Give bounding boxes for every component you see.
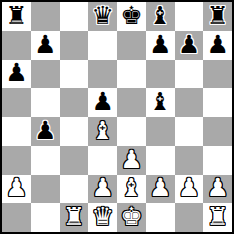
square-b8[interactable]	[31, 2, 60, 31]
square-e8[interactable]: ♚	[117, 2, 146, 31]
piece-white-pawn-d2[interactable]: ♟	[91, 175, 113, 200]
piece-black-pawn-f7[interactable]: ♟	[149, 32, 171, 57]
square-a2[interactable]: ♟	[2, 175, 31, 204]
square-f2[interactable]: ♟	[146, 175, 175, 204]
square-h2[interactable]: ♟	[203, 175, 232, 204]
square-c2[interactable]	[60, 175, 89, 204]
square-h4[interactable]	[203, 117, 232, 146]
square-h7[interactable]: ♟	[203, 31, 232, 60]
square-d4[interactable]: ♝	[88, 117, 117, 146]
square-a7[interactable]	[2, 31, 31, 60]
piece-black-pawn-a6[interactable]: ♟	[5, 60, 27, 85]
square-h1[interactable]: ♜	[203, 203, 232, 232]
square-e1[interactable]: ♚	[117, 203, 146, 232]
piece-black-pawn-h7[interactable]: ♟	[206, 32, 228, 57]
piece-white-pawn-f2[interactable]: ♟	[149, 175, 171, 200]
piece-black-bishop-f5[interactable]: ♝	[149, 89, 171, 114]
piece-black-queen-d8[interactable]: ♛	[91, 3, 113, 28]
chess-board: ♜♛♚♝♜♟♟♟♟♟♟♝♟♝♟♟♟♝♟♟♟♜♛♚♜	[0, 0, 234, 234]
square-d3[interactable]	[88, 146, 117, 175]
square-d7[interactable]	[88, 31, 117, 60]
square-c7[interactable]	[60, 31, 89, 60]
square-f3[interactable]	[146, 146, 175, 175]
square-g1[interactable]	[175, 203, 204, 232]
piece-white-rook-h1[interactable]: ♜	[206, 204, 228, 229]
square-e6[interactable]	[117, 60, 146, 89]
piece-white-bishop-e2[interactable]: ♝	[120, 175, 142, 200]
square-a8[interactable]: ♜	[2, 2, 31, 31]
square-a3[interactable]	[2, 146, 31, 175]
square-c8[interactable]	[60, 2, 89, 31]
square-h6[interactable]	[203, 60, 232, 89]
square-f6[interactable]	[146, 60, 175, 89]
square-c5[interactable]	[60, 88, 89, 117]
square-b5[interactable]	[31, 88, 60, 117]
square-g4[interactable]	[175, 117, 204, 146]
square-b4[interactable]: ♟	[31, 117, 60, 146]
square-g8[interactable]	[175, 2, 204, 31]
square-d6[interactable]	[88, 60, 117, 89]
square-e2[interactable]: ♝	[117, 175, 146, 204]
square-h5[interactable]	[203, 88, 232, 117]
square-b3[interactable]	[31, 146, 60, 175]
square-c1[interactable]: ♜	[60, 203, 89, 232]
square-d1[interactable]: ♛	[88, 203, 117, 232]
square-f1[interactable]	[146, 203, 175, 232]
square-f7[interactable]: ♟	[146, 31, 175, 60]
square-a5[interactable]	[2, 88, 31, 117]
square-h8[interactable]: ♜	[203, 2, 232, 31]
square-b1[interactable]	[31, 203, 60, 232]
square-b7[interactable]: ♟	[31, 31, 60, 60]
square-e3[interactable]: ♟	[117, 146, 146, 175]
piece-black-king-e8[interactable]: ♚	[120, 3, 142, 28]
square-d2[interactable]: ♟	[88, 175, 117, 204]
square-g5[interactable]	[175, 88, 204, 117]
square-e7[interactable]	[117, 31, 146, 60]
piece-white-pawn-a2[interactable]: ♟	[5, 175, 27, 200]
square-h3[interactable]	[203, 146, 232, 175]
piece-black-pawn-b7[interactable]: ♟	[34, 32, 56, 57]
square-c4[interactable]	[60, 117, 89, 146]
piece-black-pawn-g7[interactable]: ♟	[178, 32, 200, 57]
piece-black-rook-a8[interactable]: ♜	[5, 3, 27, 28]
square-g6[interactable]	[175, 60, 204, 89]
square-a4[interactable]	[2, 117, 31, 146]
piece-white-pawn-e3[interactable]: ♟	[120, 147, 142, 172]
square-a6[interactable]: ♟	[2, 60, 31, 89]
square-b2[interactable]	[31, 175, 60, 204]
piece-black-bishop-f8[interactable]: ♝	[149, 3, 171, 28]
piece-white-bishop-d4[interactable]: ♝	[91, 118, 113, 143]
piece-black-pawn-d5[interactable]: ♟	[91, 89, 113, 114]
square-d8[interactable]: ♛	[88, 2, 117, 31]
square-d5[interactable]: ♟	[88, 88, 117, 117]
square-b6[interactable]	[31, 60, 60, 89]
square-a1[interactable]	[2, 203, 31, 232]
piece-black-pawn-b4[interactable]: ♟	[34, 118, 56, 143]
square-g7[interactable]: ♟	[175, 31, 204, 60]
piece-white-king-e1[interactable]: ♚	[120, 204, 142, 229]
square-g3[interactable]	[175, 146, 204, 175]
square-c6[interactable]	[60, 60, 89, 89]
square-e4[interactable]	[117, 117, 146, 146]
chess-diagram: ♜♛♚♝♜♟♟♟♟♟♟♝♟♝♟♟♟♝♟♟♟♜♛♚♜	[0, 0, 234, 234]
piece-white-queen-d1[interactable]: ♛	[91, 204, 113, 229]
square-f5[interactable]: ♝	[146, 88, 175, 117]
piece-white-pawn-g2[interactable]: ♟	[178, 175, 200, 200]
piece-white-rook-c1[interactable]: ♜	[63, 204, 85, 229]
piece-black-rook-h8[interactable]: ♜	[206, 3, 228, 28]
square-e5[interactable]	[117, 88, 146, 117]
piece-white-pawn-h2[interactable]: ♟	[206, 175, 228, 200]
square-f4[interactable]	[146, 117, 175, 146]
square-f8[interactable]: ♝	[146, 2, 175, 31]
square-g2[interactable]: ♟	[175, 175, 204, 204]
square-c3[interactable]	[60, 146, 89, 175]
